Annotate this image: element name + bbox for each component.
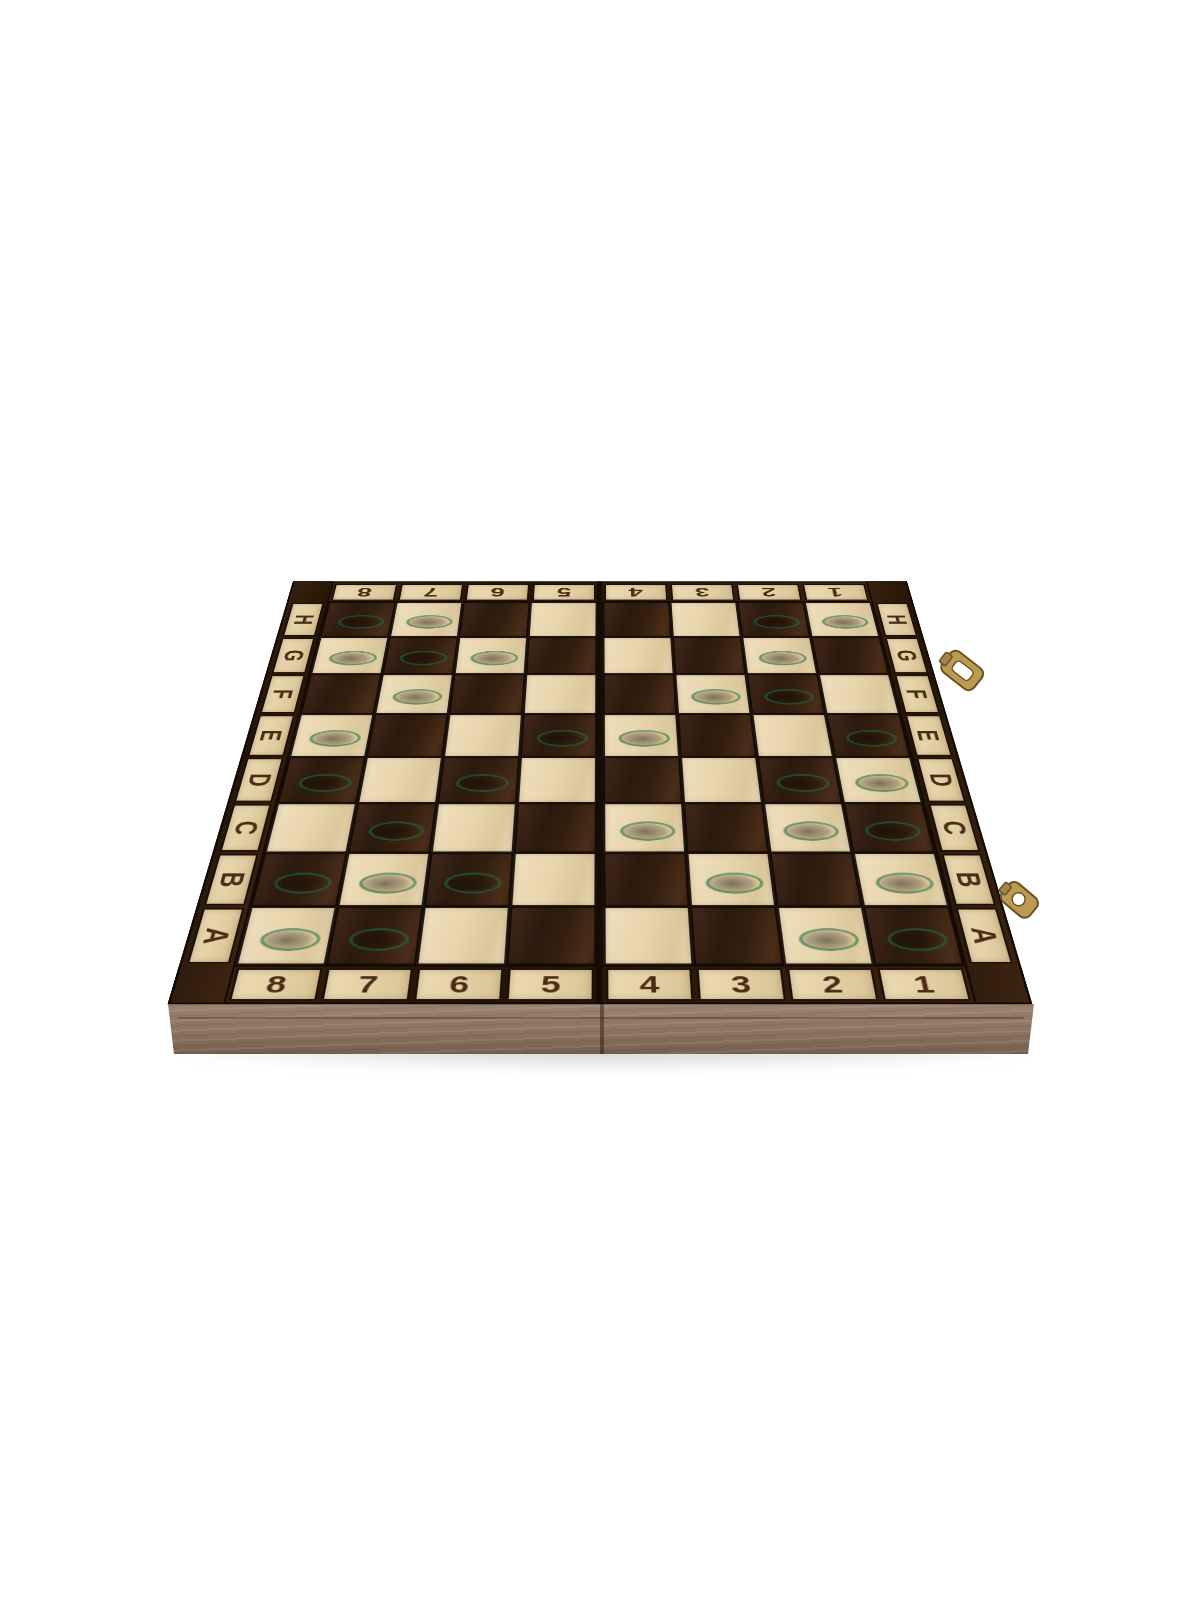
- rank-label-far-6-label: 6: [490, 586, 506, 599]
- rank-label-far-4-label: 4: [628, 586, 643, 599]
- rank-label-far-3-label: 3: [695, 586, 711, 599]
- rank-label-far-7-label: 7: [423, 586, 439, 599]
- rank-label-near-1: 1: [877, 968, 971, 1001]
- wood-grain: [165, 1000, 1037, 1058]
- box-front-side: [165, 1000, 1037, 1058]
- rank-label-near-2: 2: [787, 968, 879, 1001]
- chessboard: ♜♟♟♜♞♝♟♟♟♞♟♚♟♟♚♛♟♟♛♟♝♟♝♞♝♟♟♞♜♟♟♜ 8877665…: [168, 582, 1033, 1005]
- rank-label-far-5: 5: [532, 584, 596, 600]
- rank-label-far-5-label: 5: [557, 586, 572, 599]
- felt-base: [405, 615, 453, 629]
- rank-label-near-4: 4: [606, 968, 694, 1001]
- piece-white-rook-a1: ♜: [847, 798, 979, 945]
- pieces-layer: ♜♟♟♜♞♝♟♟♟♞♟♚♟♟♚♛♟♟♛♟♝♟♝♞♝♟♟♞♜♟♟♜: [168, 582, 1033, 1005]
- piece-black-pawn-a7: ♟: [318, 816, 433, 945]
- brass-clasp-icon: [996, 874, 1052, 926]
- rank-label-near-3: 3: [696, 968, 786, 1001]
- rank-label-near-8: 8: [229, 968, 323, 1001]
- felt-base: [469, 651, 518, 666]
- product-photo: ♜♟♟♜♞♝♟♟♟♞♟♚♟♟♚♛♟♟♛♟♝♟♝♞♝♟♟♞♜♟♟♜ 8877665…: [0, 0, 1200, 1600]
- rank-label-near-5: 5: [506, 968, 594, 1001]
- brass-clasp-icon: [936, 642, 1000, 698]
- rank-label-near-7: 7: [321, 968, 413, 1001]
- rank-label-far-2-label: 2: [761, 586, 777, 599]
- rank-label-near-6: 6: [414, 968, 504, 1001]
